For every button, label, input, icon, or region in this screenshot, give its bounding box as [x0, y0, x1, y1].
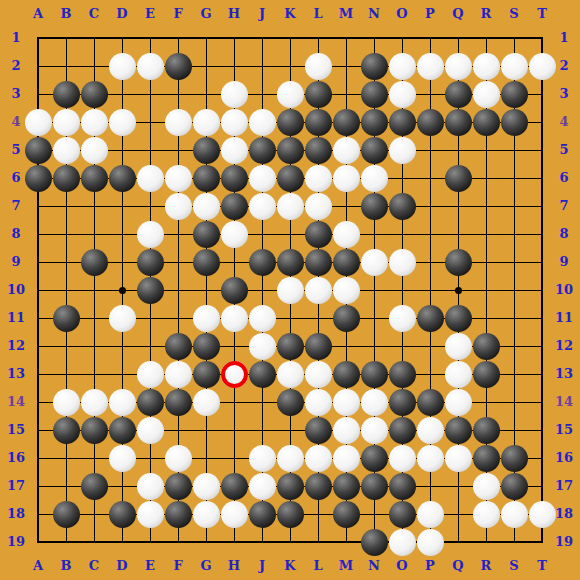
stone-white-Q14 — [445, 389, 472, 416]
row-label-right-13: 13 — [549, 365, 579, 383]
stone-white-L16 — [305, 445, 332, 472]
column-label-top-L: L — [304, 5, 332, 23]
column-label-top-H: H — [220, 5, 248, 23]
stone-black-S4 — [501, 109, 528, 136]
stone-white-D16 — [109, 445, 136, 472]
stone-black-M13 — [333, 361, 360, 388]
stone-white-G11 — [193, 305, 220, 332]
stone-black-Q4 — [445, 109, 472, 136]
stone-white-H3 — [221, 81, 248, 108]
stone-white-B5 — [53, 137, 80, 164]
stone-black-K4 — [277, 109, 304, 136]
column-label-top-Q: Q — [444, 5, 472, 23]
row-label-left-5: 5 — [1, 141, 31, 159]
stone-black-J13 — [249, 361, 276, 388]
stone-black-L8 — [305, 221, 332, 248]
stone-black-B18 — [53, 501, 80, 528]
stone-black-G12 — [193, 333, 220, 360]
row-label-left-11: 11 — [1, 309, 31, 327]
stone-black-N16 — [361, 445, 388, 472]
stone-white-P15 — [417, 417, 444, 444]
stone-black-J9 — [249, 249, 276, 276]
row-label-left-12: 12 — [1, 337, 31, 355]
stone-black-L15 — [305, 417, 332, 444]
stone-white-L2 — [305, 53, 332, 80]
stone-white-Q16 — [445, 445, 472, 472]
last-move-marker — [221, 361, 248, 388]
column-label-top-K: K — [276, 5, 304, 23]
column-label-bottom-H: H — [220, 557, 248, 575]
stone-white-B4 — [53, 109, 80, 136]
column-label-bottom-Q: Q — [444, 557, 472, 575]
stone-white-E6 — [137, 165, 164, 192]
stone-white-O2 — [389, 53, 416, 80]
stone-black-L12 — [305, 333, 332, 360]
stone-white-G7 — [193, 193, 220, 220]
stone-white-F6 — [165, 165, 192, 192]
column-label-bottom-G: G — [192, 557, 220, 575]
stone-black-L5 — [305, 137, 332, 164]
stone-black-F18 — [165, 501, 192, 528]
stone-white-E15 — [137, 417, 164, 444]
stone-white-L6 — [305, 165, 332, 192]
stone-white-N14 — [361, 389, 388, 416]
stone-white-D4 — [109, 109, 136, 136]
stone-white-E17 — [137, 473, 164, 500]
stone-white-M6 — [333, 165, 360, 192]
stone-white-O16 — [389, 445, 416, 472]
stone-black-Q6 — [445, 165, 472, 192]
column-label-bottom-F: F — [164, 557, 192, 575]
stone-black-O7 — [389, 193, 416, 220]
stone-black-D18 — [109, 501, 136, 528]
row-label-right-11: 11 — [549, 309, 579, 327]
stone-white-R3 — [473, 81, 500, 108]
stone-white-C4 — [81, 109, 108, 136]
column-label-bottom-N: N — [360, 557, 388, 575]
stone-black-K17 — [277, 473, 304, 500]
row-label-right-12: 12 — [549, 337, 579, 355]
stone-white-R17 — [473, 473, 500, 500]
row-label-right-19: 19 — [549, 533, 579, 551]
stone-white-J11 — [249, 305, 276, 332]
stone-black-E10 — [137, 277, 164, 304]
stone-white-L7 — [305, 193, 332, 220]
column-label-bottom-C: C — [80, 557, 108, 575]
column-label-top-B: B — [52, 5, 80, 23]
row-label-right-5: 5 — [549, 141, 579, 159]
row-label-left-10: 10 — [1, 281, 31, 299]
row-label-right-14: 14 — [549, 393, 579, 411]
row-label-right-3: 3 — [549, 85, 579, 103]
stone-black-B15 — [53, 417, 80, 444]
stone-white-P16 — [417, 445, 444, 472]
stone-black-H10 — [221, 277, 248, 304]
stone-white-H4 — [221, 109, 248, 136]
row-label-left-16: 16 — [1, 449, 31, 467]
stone-black-B11 — [53, 305, 80, 332]
stone-black-O15 — [389, 417, 416, 444]
stone-white-R2 — [473, 53, 500, 80]
stone-white-R18 — [473, 501, 500, 528]
stone-black-S17 — [501, 473, 528, 500]
column-label-bottom-E: E — [136, 557, 164, 575]
stone-white-K7 — [277, 193, 304, 220]
stone-white-J7 — [249, 193, 276, 220]
stone-white-S18 — [501, 501, 528, 528]
stone-white-D2 — [109, 53, 136, 80]
stone-black-G6 — [193, 165, 220, 192]
row-label-right-9: 9 — [549, 253, 579, 271]
stone-black-E9 — [137, 249, 164, 276]
stone-white-F4 — [165, 109, 192, 136]
stone-white-E8 — [137, 221, 164, 248]
stone-black-O4 — [389, 109, 416, 136]
column-label-bottom-T: T — [528, 557, 556, 575]
stone-black-N17 — [361, 473, 388, 500]
stone-black-G13 — [193, 361, 220, 388]
stone-white-G18 — [193, 501, 220, 528]
stone-black-Q15 — [445, 417, 472, 444]
stone-white-E2 — [137, 53, 164, 80]
row-label-left-2: 2 — [1, 57, 31, 75]
stone-white-S2 — [501, 53, 528, 80]
row-label-left-14: 14 — [1, 393, 31, 411]
stone-white-D14 — [109, 389, 136, 416]
stone-white-C14 — [81, 389, 108, 416]
stone-white-G4 — [193, 109, 220, 136]
stone-black-O14 — [389, 389, 416, 416]
stone-black-F14 — [165, 389, 192, 416]
row-label-left-6: 6 — [1, 169, 31, 187]
stone-black-K9 — [277, 249, 304, 276]
column-label-top-S: S — [500, 5, 528, 23]
column-label-top-F: F — [164, 5, 192, 23]
row-label-right-7: 7 — [549, 197, 579, 215]
stone-white-J4 — [249, 109, 276, 136]
row-label-left-9: 9 — [1, 253, 31, 271]
stone-black-R16 — [473, 445, 500, 472]
column-label-top-N: N — [360, 5, 388, 23]
stone-black-L3 — [305, 81, 332, 108]
stone-black-H17 — [221, 473, 248, 500]
column-label-bottom-K: K — [276, 557, 304, 575]
row-label-right-8: 8 — [549, 225, 579, 243]
stone-white-M10 — [333, 277, 360, 304]
column-label-top-T: T — [528, 5, 556, 23]
stone-white-B14 — [53, 389, 80, 416]
stone-black-M9 — [333, 249, 360, 276]
stone-black-N2 — [361, 53, 388, 80]
stone-black-G8 — [193, 221, 220, 248]
column-label-bottom-D: D — [108, 557, 136, 575]
stone-black-K18 — [277, 501, 304, 528]
row-label-left-15: 15 — [1, 421, 31, 439]
stone-black-M18 — [333, 501, 360, 528]
stone-black-C15 — [81, 417, 108, 444]
stone-white-O19 — [389, 529, 416, 556]
column-label-top-D: D — [108, 5, 136, 23]
column-label-bottom-M: M — [332, 557, 360, 575]
column-label-top-A: A — [24, 5, 52, 23]
stone-black-F12 — [165, 333, 192, 360]
row-label-right-15: 15 — [549, 421, 579, 439]
row-label-right-18: 18 — [549, 505, 579, 523]
stone-black-C17 — [81, 473, 108, 500]
stone-white-N6 — [361, 165, 388, 192]
row-label-left-13: 13 — [1, 365, 31, 383]
stone-white-P18 — [417, 501, 444, 528]
row-label-right-17: 17 — [549, 477, 579, 495]
column-label-bottom-B: B — [52, 557, 80, 575]
stone-white-P2 — [417, 53, 444, 80]
row-label-right-10: 10 — [549, 281, 579, 299]
column-label-top-G: G — [192, 5, 220, 23]
column-label-top-R: R — [472, 5, 500, 23]
stone-black-K6 — [277, 165, 304, 192]
row-label-right-1: 1 — [549, 29, 579, 47]
stone-white-Q13 — [445, 361, 472, 388]
stone-white-L10 — [305, 277, 332, 304]
stone-black-B6 — [53, 165, 80, 192]
stone-black-R15 — [473, 417, 500, 444]
column-label-bottom-R: R — [472, 557, 500, 575]
stone-black-C9 — [81, 249, 108, 276]
column-label-bottom-O: O — [388, 557, 416, 575]
stone-black-G9 — [193, 249, 220, 276]
stone-black-R4 — [473, 109, 500, 136]
stone-black-K14 — [277, 389, 304, 416]
stone-white-F16 — [165, 445, 192, 472]
row-label-left-3: 3 — [1, 85, 31, 103]
stone-white-Q2 — [445, 53, 472, 80]
stone-black-F17 — [165, 473, 192, 500]
stone-white-C5 — [81, 137, 108, 164]
row-label-left-17: 17 — [1, 477, 31, 495]
stone-black-N4 — [361, 109, 388, 136]
column-label-bottom-A: A — [24, 557, 52, 575]
stone-white-N15 — [361, 417, 388, 444]
stone-white-O3 — [389, 81, 416, 108]
stone-black-N5 — [361, 137, 388, 164]
stone-black-R13 — [473, 361, 500, 388]
stone-white-M14 — [333, 389, 360, 416]
stone-white-K3 — [277, 81, 304, 108]
column-label-bottom-P: P — [416, 557, 444, 575]
stone-white-M16 — [333, 445, 360, 472]
stone-black-H7 — [221, 193, 248, 220]
row-label-left-7: 7 — [1, 197, 31, 215]
stone-black-M4 — [333, 109, 360, 136]
stone-white-N9 — [361, 249, 388, 276]
stone-black-C3 — [81, 81, 108, 108]
stone-black-C6 — [81, 165, 108, 192]
stone-black-P4 — [417, 109, 444, 136]
stone-white-H8 — [221, 221, 248, 248]
stone-black-N7 — [361, 193, 388, 220]
column-label-top-E: E — [136, 5, 164, 23]
stone-black-D15 — [109, 417, 136, 444]
stone-white-O5 — [389, 137, 416, 164]
stone-white-Q12 — [445, 333, 472, 360]
row-label-left-1: 1 — [1, 29, 31, 47]
stone-black-P14 — [417, 389, 444, 416]
stone-white-M8 — [333, 221, 360, 248]
row-label-right-16: 16 — [549, 449, 579, 467]
row-label-right-4: 4 — [549, 113, 579, 131]
column-label-bottom-S: S — [500, 557, 528, 575]
stone-white-E13 — [137, 361, 164, 388]
star-point-Q10 — [455, 287, 462, 294]
stone-black-L9 — [305, 249, 332, 276]
stone-black-E14 — [137, 389, 164, 416]
stone-black-P11 — [417, 305, 444, 332]
stone-white-G17 — [193, 473, 220, 500]
stone-black-O18 — [389, 501, 416, 528]
stone-black-N3 — [361, 81, 388, 108]
stone-white-K16 — [277, 445, 304, 472]
stone-black-G5 — [193, 137, 220, 164]
stone-black-S16 — [501, 445, 528, 472]
column-label-bottom-J: J — [248, 557, 276, 575]
row-label-left-8: 8 — [1, 225, 31, 243]
column-label-bottom-L: L — [304, 557, 332, 575]
stone-white-H18 — [221, 501, 248, 528]
stone-black-B3 — [53, 81, 80, 108]
row-label-left-18: 18 — [1, 505, 31, 523]
stone-white-O11 — [389, 305, 416, 332]
row-label-left-19: 19 — [1, 533, 31, 551]
stone-white-L14 — [305, 389, 332, 416]
stone-black-Q3 — [445, 81, 472, 108]
row-label-right-2: 2 — [549, 57, 579, 75]
stone-black-S3 — [501, 81, 528, 108]
stone-black-N19 — [361, 529, 388, 556]
stone-black-R12 — [473, 333, 500, 360]
stone-black-F2 — [165, 53, 192, 80]
stone-black-N13 — [361, 361, 388, 388]
stone-white-H5 — [221, 137, 248, 164]
stone-black-Q9 — [445, 249, 472, 276]
column-label-top-P: P — [416, 5, 444, 23]
stone-black-L4 — [305, 109, 332, 136]
stone-white-M5 — [333, 137, 360, 164]
stone-black-O17 — [389, 473, 416, 500]
stone-white-L13 — [305, 361, 332, 388]
stone-black-Q11 — [445, 305, 472, 332]
stone-white-P19 — [417, 529, 444, 556]
stone-white-K10 — [277, 277, 304, 304]
stone-white-J12 — [249, 333, 276, 360]
stone-white-G14 — [193, 389, 220, 416]
stone-black-H6 — [221, 165, 248, 192]
go-board[interactable]: AABBCCDDEEFFGGHHJJKKLLMMNNOOPPQQRRSSTT11… — [0, 0, 580, 580]
column-label-top-O: O — [388, 5, 416, 23]
stone-black-K12 — [277, 333, 304, 360]
stone-black-J18 — [249, 501, 276, 528]
stone-white-E18 — [137, 501, 164, 528]
column-label-top-M: M — [332, 5, 360, 23]
stone-black-D6 — [109, 165, 136, 192]
row-label-left-4: 4 — [1, 113, 31, 131]
stone-white-J6 — [249, 165, 276, 192]
stone-black-M17 — [333, 473, 360, 500]
stone-black-M11 — [333, 305, 360, 332]
stone-white-O9 — [389, 249, 416, 276]
stone-black-L17 — [305, 473, 332, 500]
stone-white-M15 — [333, 417, 360, 444]
stone-white-H11 — [221, 305, 248, 332]
row-label-right-6: 6 — [549, 169, 579, 187]
stone-black-K5 — [277, 137, 304, 164]
stone-black-O13 — [389, 361, 416, 388]
stone-black-J5 — [249, 137, 276, 164]
stone-white-F7 — [165, 193, 192, 220]
stone-white-F13 — [165, 361, 192, 388]
stone-white-J17 — [249, 473, 276, 500]
stone-white-D11 — [109, 305, 136, 332]
stone-white-J16 — [249, 445, 276, 472]
column-label-top-J: J — [248, 5, 276, 23]
star-point-D10 — [119, 287, 126, 294]
stone-white-K13 — [277, 361, 304, 388]
column-label-top-C: C — [80, 5, 108, 23]
